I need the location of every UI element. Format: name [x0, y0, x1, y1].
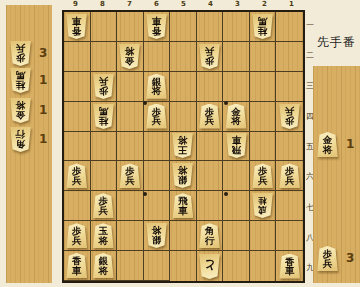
sente-captured-tray: 金将1歩兵3 — [313, 66, 360, 283]
square-3-3[interactable] — [223, 72, 250, 102]
square-3-9[interactable] — [223, 251, 250, 281]
square-7-4[interactable] — [117, 102, 144, 132]
piece-kanji: 桂 — [258, 197, 267, 206]
hoshi-dot — [224, 192, 228, 196]
shogi-piece-歩兵-sente[interactable]: 歩兵 — [66, 163, 87, 188]
turn-indicator: 先手番 — [313, 34, 360, 51]
piece-kanji: 飛 — [231, 146, 241, 156]
piece-kanji: 銀 — [178, 176, 188, 186]
shogi-piece-桂馬-gote[interactable]: 桂馬 — [10, 68, 31, 93]
piece-kanji: 兵 — [72, 176, 82, 186]
piece-kanji: 将 — [152, 226, 162, 236]
square-3-4[interactable]: 金将 — [223, 102, 250, 132]
square-8-9[interactable]: 銀将 — [91, 251, 118, 281]
square-5-1[interactable] — [170, 12, 197, 42]
piece-kanji: 将 — [125, 47, 135, 57]
shogi-piece-玉将-sente[interactable]: 玉将 — [93, 223, 114, 248]
shogi-piece-歩兵-sente[interactable]: 歩兵 — [279, 163, 300, 188]
square-8-6[interactable] — [91, 161, 118, 191]
square-8-4[interactable]: 桂馬 — [91, 102, 118, 132]
square-4-7[interactable] — [197, 191, 224, 221]
square-6-6[interactable] — [144, 161, 171, 191]
square-5-5[interactable]: 王将 — [170, 132, 197, 162]
shogi-piece-香車-gote[interactable]: 香車 — [66, 14, 87, 39]
square-4-8[interactable]: 角行 — [197, 221, 224, 251]
piece-kanji: と — [203, 260, 215, 272]
square-6-3[interactable]: 銀将 — [144, 72, 171, 102]
hoshi-dot — [224, 101, 228, 105]
square-5-2[interactable] — [170, 42, 197, 72]
hoshi-dot — [143, 101, 147, 105]
gote-hand-歩兵: 歩兵3 — [6, 41, 52, 67]
square-2-2[interactable] — [250, 42, 277, 72]
shogi-piece-歩兵-sente[interactable]: 歩兵 — [66, 223, 87, 248]
piece-kanji: 将 — [152, 86, 162, 96]
sente-hand-歩兵: 歩兵3 — [313, 246, 360, 272]
shogi-piece-香車-sente[interactable]: 香車 — [66, 253, 87, 278]
shogi-piece-銀将-gote[interactable]: 銀将 — [146, 223, 167, 248]
piece-kanji: 行 — [205, 236, 215, 246]
piece-kanji: 兵 — [285, 107, 295, 117]
square-8-8[interactable]: 玉将 — [91, 221, 118, 251]
file-label-4: 4 — [197, 0, 224, 10]
square-3-5[interactable]: 飛車 — [223, 132, 250, 162]
square-5-3[interactable] — [170, 72, 197, 102]
square-1-7[interactable] — [276, 191, 303, 221]
square-5-4[interactable] — [170, 102, 197, 132]
shogi-piece-歩兵-sente[interactable]: 歩兵 — [199, 104, 220, 129]
piece-kanji: 兵 — [205, 116, 215, 126]
square-1-6[interactable]: 歩兵 — [276, 161, 303, 191]
shogi-piece-角行-sente[interactable]: 角行 — [199, 223, 220, 248]
sente-hand-金将: 金将1 — [313, 132, 360, 158]
piece-kanji: 兵 — [99, 206, 109, 216]
square-2-7[interactable]: 成桂 — [250, 191, 277, 221]
square-8-2[interactable] — [91, 42, 118, 72]
piece-kanji: 将 — [231, 116, 241, 126]
square-6-7[interactable] — [144, 191, 171, 221]
square-4-2[interactable]: 歩兵 — [197, 42, 224, 72]
hoshi-dot — [143, 192, 147, 196]
shogi-piece-歩兵-gote[interactable]: 歩兵 — [279, 104, 300, 129]
square-5-8[interactable] — [170, 221, 197, 251]
square-9-1[interactable]: 香車 — [64, 12, 91, 42]
piece-kanji: 王 — [178, 146, 188, 156]
square-1-8[interactable] — [276, 221, 303, 251]
shogi-piece-桂馬-gote[interactable]: 桂馬 — [93, 104, 114, 129]
hand-count: 1 — [346, 137, 354, 151]
piece-kanji: 車 — [178, 206, 188, 216]
piece-kanji: 馬 — [258, 17, 268, 27]
shogi-piece-歩兵-sente[interactable]: 歩兵 — [317, 246, 338, 271]
piece-kanji: 馬 — [99, 107, 109, 117]
square-1-1[interactable] — [276, 12, 303, 42]
square-4-1[interactable] — [197, 12, 224, 42]
square-3-2[interactable] — [223, 42, 250, 72]
square-8-7[interactable]: 歩兵 — [91, 191, 118, 221]
gote-captured-tray: 歩兵3桂馬1金将1角行1 — [6, 5, 52, 283]
square-9-7[interactable] — [64, 191, 91, 221]
square-1-2[interactable] — [276, 42, 303, 72]
square-2-5[interactable] — [250, 132, 277, 162]
hand-count: 1 — [39, 103, 47, 117]
square-6-1[interactable]: 香車 — [144, 12, 171, 42]
shogi-piece-歩兵-gote[interactable]: 歩兵 — [199, 44, 220, 69]
shogi-piece-成桂-gote[interactable]: 成桂 — [252, 193, 273, 218]
piece-kanji: 兵 — [205, 47, 215, 57]
piece-kanji: 歩 — [205, 56, 215, 66]
piece-kanji: 金 — [125, 56, 135, 66]
square-1-5[interactable] — [276, 132, 303, 162]
square-2-9[interactable] — [250, 251, 277, 281]
square-5-7[interactable]: 飛車 — [170, 191, 197, 221]
square-1-3[interactable] — [276, 72, 303, 102]
piece-kanji: 桂 — [16, 81, 26, 91]
shogi-piece-飛車-gote[interactable]: 飛車 — [226, 133, 247, 158]
square-7-6[interactable]: 歩兵 — [117, 161, 144, 191]
square-4-4[interactable]: 歩兵 — [197, 102, 224, 132]
square-8-3[interactable]: 歩兵 — [91, 72, 118, 102]
square-7-1[interactable] — [117, 12, 144, 42]
shogi-piece-金将-sente[interactable]: 金将 — [317, 132, 338, 157]
shogi-piece-香車-gote[interactable]: 香車 — [146, 14, 167, 39]
piece-kanji: 将 — [323, 145, 333, 155]
square-9-4[interactable] — [64, 102, 91, 132]
piece-kanji: 車 — [72, 266, 82, 276]
shogi-piece-飛車-sente[interactable]: 飛車 — [172, 193, 193, 218]
square-2-8[interactable] — [250, 221, 277, 251]
piece-kanji: 香 — [72, 26, 82, 36]
square-9-6[interactable]: 歩兵 — [64, 161, 91, 191]
square-2-1[interactable]: 桂馬 — [250, 12, 277, 42]
piece-kanji: 兵 — [72, 236, 82, 246]
square-2-3[interactable] — [250, 72, 277, 102]
piece-kanji: 銀 — [152, 236, 162, 246]
shogi-piece-銀将-sente[interactable]: 銀将 — [93, 253, 114, 278]
square-6-8[interactable]: 銀将 — [144, 221, 171, 251]
shogi-piece-桂馬-gote[interactable]: 桂馬 — [252, 14, 273, 39]
hand-count: 1 — [39, 73, 47, 87]
piece-kanji: 兵 — [125, 176, 135, 186]
file-label-7: 7 — [116, 0, 143, 10]
piece-kanji: 車 — [152, 17, 162, 27]
piece-kanji: 兵 — [323, 259, 333, 269]
square-9-2[interactable] — [64, 42, 91, 72]
file-labels: 987654321 — [62, 0, 305, 10]
shogi-piece-銀将-gote[interactable]: 銀将 — [172, 163, 193, 188]
gote-hand-桂馬: 桂馬1 — [6, 68, 52, 94]
square-8-5[interactable] — [91, 132, 118, 162]
square-7-2[interactable]: 金将 — [117, 42, 144, 72]
square-6-4[interactable]: 歩兵 — [144, 102, 171, 132]
piece-kanji: 兵 — [285, 176, 295, 186]
hand-count: 3 — [346, 251, 354, 265]
piece-kanji: 金 — [16, 111, 26, 121]
square-7-9[interactable] — [117, 251, 144, 281]
shogi-piece-王将-gote[interactable]: 王将 — [172, 133, 193, 158]
shogi-piece-歩兵-gote[interactable]: 歩兵 — [10, 41, 31, 66]
piece-kanji: 香 — [152, 26, 162, 36]
shogi-piece-歩兵-sente[interactable]: 歩兵 — [93, 193, 114, 218]
piece-kanji: 歩 — [99, 86, 109, 96]
shogi-piece-金将-sente[interactable]: 金将 — [226, 104, 247, 129]
shogi-piece-金将-gote[interactable]: 金将 — [10, 98, 31, 123]
piece-kanji: 兵 — [258, 176, 268, 186]
piece-kanji: 将 — [99, 266, 109, 276]
square-7-5[interactable] — [117, 132, 144, 162]
shogi-app: 歩兵3桂馬1金将1角行1 987654321 香車香車桂馬金将歩兵歩兵銀将桂馬歩… — [0, 0, 360, 287]
square-7-3[interactable] — [117, 72, 144, 102]
gote-hand-角行: 角行1 — [6, 127, 52, 153]
piece-kanji: 歩 — [285, 116, 295, 126]
square-3-1[interactable] — [223, 12, 250, 42]
piece-kanji: 車 — [231, 136, 241, 146]
piece-kanji: 角 — [16, 140, 26, 150]
square-6-9[interactable] — [144, 251, 171, 281]
hand-count: 1 — [39, 132, 47, 146]
square-4-9[interactable]: と — [197, 251, 224, 281]
shogi-piece-金将-gote[interactable]: 金将 — [119, 44, 140, 69]
square-2-6[interactable]: 歩兵 — [250, 161, 277, 191]
piece-kanji: 桂 — [99, 116, 109, 126]
square-7-7[interactable] — [117, 191, 144, 221]
gote-hand-金将: 金将1 — [6, 98, 52, 124]
shogi-piece-香車-sente[interactable]: 香車 — [279, 254, 300, 279]
shogi-piece-と-gote[interactable]: と — [199, 254, 220, 279]
piece-kanji: 成 — [258, 206, 267, 215]
piece-kanji: 車 — [72, 17, 82, 27]
file-label-1: 1 — [278, 0, 305, 10]
shogi-piece-歩兵-gote[interactable]: 歩兵 — [93, 74, 114, 99]
piece-kanji: 兵 — [99, 77, 109, 87]
square-4-6[interactable] — [197, 161, 224, 191]
file-label-5: 5 — [170, 0, 197, 10]
square-4-5[interactable] — [197, 132, 224, 162]
square-3-8[interactable] — [223, 221, 250, 251]
hand-count: 3 — [39, 46, 47, 60]
square-6-2[interactable] — [144, 42, 171, 72]
file-label-3: 3 — [224, 0, 251, 10]
file-label-8: 8 — [89, 0, 116, 10]
square-7-8[interactable] — [117, 221, 144, 251]
square-9-5[interactable] — [64, 132, 91, 162]
square-2-4[interactable] — [250, 102, 277, 132]
file-label-9: 9 — [62, 0, 89, 10]
square-9-9[interactable]: 香車 — [64, 251, 91, 281]
piece-kanji: 将 — [16, 101, 26, 111]
piece-kanji: 馬 — [16, 71, 26, 81]
piece-kanji: 桂 — [258, 26, 268, 36]
square-9-3[interactable] — [64, 72, 91, 102]
square-1-4[interactable]: 歩兵 — [276, 102, 303, 132]
shogi-piece-歩兵-sente[interactable]: 歩兵 — [252, 163, 273, 188]
piece-kanji: 将 — [99, 236, 109, 246]
square-3-7[interactable] — [223, 191, 250, 221]
square-5-9[interactable] — [170, 251, 197, 281]
square-3-6[interactable] — [223, 161, 250, 191]
piece-kanji: 車 — [285, 266, 295, 276]
shogi-piece-歩兵-sente[interactable]: 歩兵 — [119, 163, 140, 188]
square-5-6[interactable]: 銀将 — [170, 161, 197, 191]
piece-kanji: 兵 — [152, 116, 162, 126]
square-1-9[interactable]: 香車 — [276, 251, 303, 281]
file-label-6: 6 — [143, 0, 170, 10]
piece-kanji: 歩 — [16, 54, 26, 64]
shogi-piece-歩兵-sente[interactable]: 歩兵 — [146, 104, 167, 129]
shogi-board: 香車香車桂馬金将歩兵歩兵銀将桂馬歩兵歩兵金将歩兵王将飛車歩兵歩兵銀将歩兵歩兵歩兵… — [62, 10, 305, 283]
piece-kanji: 兵 — [16, 44, 26, 54]
piece-kanji: 行 — [16, 130, 26, 140]
piece-kanji: 将 — [178, 136, 188, 146]
square-4-3[interactable] — [197, 72, 224, 102]
file-label-2: 2 — [251, 0, 278, 10]
piece-kanji: 将 — [178, 166, 188, 176]
square-9-8[interactable]: 歩兵 — [64, 221, 91, 251]
square-8-1[interactable] — [91, 12, 118, 42]
square-6-5[interactable] — [144, 132, 171, 162]
shogi-piece-角行-gote[interactable]: 角行 — [10, 127, 31, 152]
shogi-piece-銀将-sente[interactable]: 銀将 — [146, 74, 167, 99]
